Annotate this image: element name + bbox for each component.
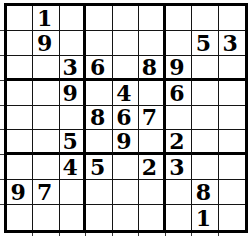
cell-r8c9-empty[interactable]: [219, 180, 245, 205]
cell-r2c8-given-5[interactable]: 5: [192, 31, 218, 56]
cell-r2c9-given-3[interactable]: 3: [219, 31, 245, 56]
cell-r3c8-empty[interactable]: [192, 56, 218, 81]
cell-r6c7-given-2[interactable]: 2: [166, 130, 192, 155]
cell-r6c5-given-9[interactable]: 9: [113, 130, 139, 155]
cell-r1c7-empty[interactable]: [166, 6, 192, 31]
cell-r2c5-empty[interactable]: [113, 31, 139, 56]
cell-r5c6-given-7[interactable]: 7: [139, 106, 165, 131]
cell-r7c1-empty[interactable]: [7, 155, 33, 180]
cell-r4c1-empty[interactable]: [7, 81, 33, 106]
gridline-stub-left-8: [0, 204, 4, 205]
cell-r8c6-empty[interactable]: [139, 180, 165, 205]
cell-r1c1-empty[interactable]: [7, 6, 33, 31]
cell-r2c1-empty[interactable]: [7, 31, 33, 56]
gridline-stub-bottom-4: [112, 233, 113, 236]
cell-r8c8-given-8[interactable]: 8: [192, 180, 218, 205]
cell-r4c9-empty[interactable]: [219, 81, 245, 106]
cell-r2c2-given-9[interactable]: 9: [33, 31, 59, 56]
cell-r4c6-empty[interactable]: [139, 81, 165, 106]
cell-r6c2-empty[interactable]: [33, 130, 59, 155]
cell-r3c6-given-8[interactable]: 8: [139, 56, 165, 81]
sudoku-screenshot: 1953368994686759245239781: [0, 0, 250, 239]
cell-r9c6-empty[interactable]: [139, 205, 165, 230]
cell-r6c8-empty[interactable]: [192, 130, 218, 155]
gridline-stub-left-6: [0, 154, 4, 155]
cell-r4c3-given-9[interactable]: 9: [60, 81, 86, 106]
cell-r8c3-empty[interactable]: [60, 180, 86, 205]
cell-r9c8-given-1[interactable]: 1: [192, 205, 218, 230]
cell-r3c2-empty[interactable]: [33, 56, 59, 81]
cell-r8c1-given-9[interactable]: 9: [7, 180, 33, 205]
cell-r9c3-empty[interactable]: [60, 205, 86, 230]
cell-r4c5-given-4[interactable]: 4: [113, 81, 139, 106]
gridline-stub-bottom-5: [138, 233, 139, 236]
cell-r5c3-empty[interactable]: [60, 106, 86, 131]
gridline-stub-left-2: [0, 55, 4, 56]
gridline-stub-left-5: [0, 129, 4, 130]
cell-r5c2-empty[interactable]: [33, 106, 59, 131]
cell-r3c7-given-9[interactable]: 9: [166, 56, 192, 81]
cell-r9c4-empty[interactable]: [86, 205, 112, 230]
gridline-stub-bottom-2: [59, 233, 60, 236]
cell-r3c4-given-6[interactable]: 6: [86, 56, 112, 81]
cell-r4c2-empty[interactable]: [33, 81, 59, 106]
gridline-stub-left-7: [0, 179, 4, 180]
gridline-stub-left-4: [0, 105, 4, 106]
cell-r9c7-empty[interactable]: [166, 205, 192, 230]
cell-r3c5-empty[interactable]: [113, 56, 139, 81]
cell-r4c4-empty[interactable]: [86, 81, 112, 106]
cell-r9c1-empty[interactable]: [7, 205, 33, 230]
gridline-stub-bottom-8: [218, 233, 219, 236]
gridline-stub-bottom-7: [191, 233, 192, 236]
cell-r4c7-given-6[interactable]: 6: [166, 81, 192, 106]
cell-r5c8-empty[interactable]: [192, 106, 218, 131]
gridline-stub-left-1: [0, 30, 4, 31]
cell-r6c1-empty[interactable]: [7, 130, 33, 155]
cell-r1c2-given-1[interactable]: 1: [33, 6, 59, 31]
cell-r2c3-empty[interactable]: [60, 31, 86, 56]
cell-r6c9-empty[interactable]: [219, 130, 245, 155]
cell-r5c9-empty[interactable]: [219, 106, 245, 131]
cell-r2c4-empty[interactable]: [86, 31, 112, 56]
cell-r7c6-given-2[interactable]: 2: [139, 155, 165, 180]
cell-r8c5-empty[interactable]: [113, 180, 139, 205]
cell-r2c6-empty[interactable]: [139, 31, 165, 56]
cell-r9c5-empty[interactable]: [113, 205, 139, 230]
cell-r7c8-empty[interactable]: [192, 155, 218, 180]
gridline-stub-bottom-6: [165, 233, 166, 236]
cell-r9c9-empty[interactable]: [219, 205, 245, 230]
cell-r6c6-empty[interactable]: [139, 130, 165, 155]
cell-r8c7-empty[interactable]: [166, 180, 192, 205]
cell-r1c3-empty[interactable]: [60, 6, 86, 31]
cell-r3c3-given-3[interactable]: 3: [60, 56, 86, 81]
cell-r1c6-empty[interactable]: [139, 6, 165, 31]
cell-r6c3-given-5[interactable]: 5: [60, 130, 86, 155]
cell-r1c5-empty[interactable]: [113, 6, 139, 31]
cell-r2c7-empty[interactable]: [166, 31, 192, 56]
cell-r3c1-empty[interactable]: [7, 56, 33, 81]
cell-r5c1-empty[interactable]: [7, 106, 33, 131]
cell-r7c9-empty[interactable]: [219, 155, 245, 180]
gridline-stub-bottom-3: [85, 233, 86, 236]
cell-r7c5-empty[interactable]: [113, 155, 139, 180]
cell-r9c2-empty[interactable]: [33, 205, 59, 230]
cell-r7c4-given-5[interactable]: 5: [86, 155, 112, 180]
gridline-stub-bottom-1: [32, 233, 33, 236]
cell-r1c4-empty[interactable]: [86, 6, 112, 31]
cell-r5c4-given-8[interactable]: 8: [86, 106, 112, 131]
cell-r7c2-empty[interactable]: [33, 155, 59, 180]
cell-r7c3-given-4[interactable]: 4: [60, 155, 86, 180]
cell-r3c9-empty[interactable]: [219, 56, 245, 81]
gridline-stub-left-3: [0, 80, 4, 81]
cell-r5c5-given-6[interactable]: 6: [113, 106, 139, 131]
cell-r8c4-empty[interactable]: [86, 180, 112, 205]
cell-r1c8-empty[interactable]: [192, 6, 218, 31]
cell-r4c8-empty[interactable]: [192, 81, 218, 106]
cell-r7c7-given-3[interactable]: 3: [166, 155, 192, 180]
cell-r5c7-empty[interactable]: [166, 106, 192, 131]
sudoku-board: 1953368994686759245239781: [4, 3, 248, 233]
cell-r1c9-empty[interactable]: [219, 6, 245, 31]
cell-r6c4-empty[interactable]: [86, 130, 112, 155]
cell-r8c2-given-7[interactable]: 7: [33, 180, 59, 205]
